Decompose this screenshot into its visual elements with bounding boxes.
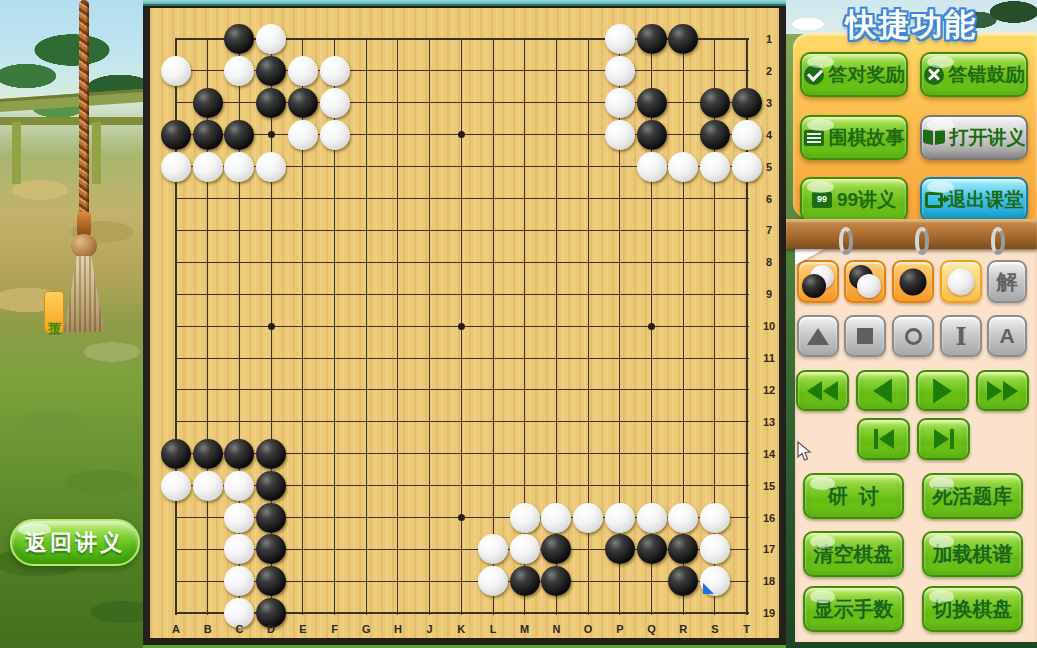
board-panel: ABCDEFGHJKLMNOPQRST123456789101112131415… [143, 0, 786, 648]
row-label: 3 [758, 96, 780, 110]
column-label: R [674, 622, 692, 636]
tassel-knob [71, 234, 97, 258]
mouse-cursor [797, 441, 813, 463]
stone-S16 [700, 503, 730, 533]
row-label: 12 [758, 383, 780, 397]
column-label: J [421, 622, 439, 636]
column-label: O [579, 622, 597, 636]
grid-line [366, 38, 367, 615]
tassel-cap [77, 212, 91, 236]
square-marker-button[interactable] [844, 315, 886, 357]
stone-R1 [668, 24, 698, 54]
binder-ring [915, 227, 929, 255]
stone-N18 [541, 566, 571, 596]
stone-Q17 [637, 534, 667, 564]
x-circle-icon [924, 65, 944, 85]
stone-P4 [605, 120, 635, 150]
column-label: L [484, 622, 502, 636]
black-stone-button[interactable] [892, 260, 934, 303]
row-label: 14 [758, 447, 780, 461]
clear-board-button[interactable]: 清空棋盘 [803, 531, 904, 577]
letter-marker-button[interactable]: A [987, 315, 1027, 357]
column-label: G [357, 622, 375, 636]
stone-F2 [320, 56, 350, 86]
button-label: 打开讲义 [950, 125, 1026, 151]
stone-F4 [320, 120, 350, 150]
stone-D5 [256, 152, 286, 182]
stone-Q4 [637, 120, 667, 150]
row-label: 5 [758, 160, 780, 174]
stone-B4 [193, 120, 223, 150]
white-stone-button[interactable] [940, 260, 982, 303]
row-label: 10 [758, 319, 780, 333]
grid-line [175, 262, 749, 263]
row-label: 11 [758, 351, 780, 365]
row-label: 16 [758, 511, 780, 525]
star-point [458, 514, 465, 521]
row-label: 4 [758, 128, 780, 142]
stone-F3 [320, 88, 350, 118]
exit-classroom-button[interactable]: 退出课堂 [920, 177, 1028, 222]
book-99-icon: 99 [812, 192, 832, 208]
folded-corner [795, 249, 825, 265]
grid-line [397, 38, 398, 615]
stone-D17 [256, 534, 286, 564]
row-label: 2 [758, 64, 780, 78]
black-stone-icon [802, 274, 826, 298]
stone-N17 [541, 534, 571, 564]
row-label: 6 [758, 192, 780, 206]
stone-L17 [478, 534, 508, 564]
column-label: D [262, 622, 280, 636]
star-point [268, 131, 275, 138]
load-game-record-button[interactable]: 加载棋谱 [922, 531, 1023, 577]
binder-ring [839, 227, 853, 255]
black-stone-icon [900, 268, 927, 295]
row-label: 13 [758, 415, 780, 429]
stone-B3 [193, 88, 223, 118]
stone-R17 [668, 534, 698, 564]
column-label: E [294, 622, 312, 636]
row-label: 7 [758, 223, 780, 237]
stone-C15 [224, 471, 254, 501]
double-right-triangle-icon [987, 381, 1002, 401]
left-sidebar: 下拉 返回讲义 [0, 0, 143, 648]
circle-icon [905, 328, 922, 345]
white-stone-icon [857, 274, 881, 298]
stone-R16 [668, 503, 698, 533]
square-icon [857, 328, 873, 344]
column-label: K [452, 622, 470, 636]
stone-S4 [700, 120, 730, 150]
stone-S17 [700, 534, 730, 564]
numeral-icon: I [955, 322, 966, 351]
grid-line [175, 358, 749, 359]
quick-functions-title: 快捷功能 [786, 4, 1037, 46]
column-label: F [326, 622, 344, 636]
row-label: 8 [758, 255, 780, 269]
stone-C18 [224, 566, 254, 596]
stone-R5 [668, 152, 698, 182]
goban-grid[interactable] [176, 39, 747, 614]
stone-L18 [478, 566, 508, 596]
bamboo-pavilion-post [92, 122, 101, 184]
stone-C4 [224, 120, 254, 150]
button-label: 99讲义 [837, 187, 896, 213]
stone-D14 [256, 439, 286, 469]
alternate-white-black-button[interactable] [844, 260, 886, 303]
stone-D15 [256, 471, 286, 501]
grid-line [175, 198, 749, 199]
stone-D1 [256, 24, 286, 54]
stone-M17 [510, 534, 540, 564]
stone-S18 [700, 566, 730, 596]
stone-C16 [224, 503, 254, 533]
button-label: 答错鼓励 [949, 62, 1025, 88]
column-label: M [516, 622, 534, 636]
answer-button[interactable]: 解 [987, 260, 1027, 303]
check-circle-icon [804, 65, 824, 85]
stone-B15 [193, 471, 223, 501]
stone-A5 [161, 152, 191, 182]
board-top-strip [143, 0, 786, 6]
stone-C2 [224, 56, 254, 86]
correct-reward-button[interactable]: 答对奖励 [800, 52, 908, 97]
stone-A14 [161, 439, 191, 469]
stone-A4 [161, 120, 191, 150]
numeral-marker-button[interactable]: I [940, 315, 982, 357]
fast-backward-button[interactable] [796, 370, 849, 411]
grid-line [175, 230, 749, 231]
stone-B14 [193, 439, 223, 469]
stone-M16 [510, 503, 540, 533]
star-point [458, 131, 465, 138]
button-label: 退出课堂 [948, 187, 1024, 213]
row-label: 1 [758, 32, 780, 46]
bamboo-pavilion-post [12, 122, 21, 184]
first-move-button[interactable] [857, 418, 910, 460]
white-stone-icon [948, 268, 975, 295]
star-point [648, 323, 655, 330]
tool-panel [795, 249, 1037, 642]
stone-D3 [256, 88, 286, 118]
pull-down-tab[interactable]: 下拉 [44, 291, 64, 333]
left-triangle-icon [873, 378, 892, 403]
button-label: 围棋故事 [829, 125, 905, 151]
column-label: S [706, 622, 724, 636]
stone-R18 [668, 566, 698, 596]
column-label: N [547, 622, 565, 636]
right-triangle-icon [933, 378, 952, 403]
row-label: 18 [758, 574, 780, 588]
row-label: 19 [758, 606, 780, 620]
column-label: T [738, 622, 756, 636]
step-backward-button[interactable] [856, 370, 909, 411]
last-move-marker [703, 583, 714, 594]
back-to-lecture-button[interactable]: 返回讲义 [10, 519, 140, 566]
stone-A15 [161, 471, 191, 501]
go-story-button[interactable]: 围棋故事 [800, 115, 908, 160]
stone-A2 [161, 56, 191, 86]
step-forward-button[interactable] [916, 370, 969, 411]
stone-B5 [193, 152, 223, 182]
life-death-problems-button[interactable]: 死活题库 [922, 473, 1023, 519]
stone-O16 [573, 503, 603, 533]
stone-P17 [605, 534, 635, 564]
stone-D18 [256, 566, 286, 596]
lecture-99-button[interactable]: 99 99讲义 [800, 177, 908, 222]
discussion-button[interactable]: 研 讨 [803, 473, 904, 519]
open-book-icon [923, 130, 945, 145]
star-point [268, 323, 275, 330]
column-label: C [230, 622, 248, 636]
column-label: B [199, 622, 217, 636]
stone-E3 [288, 88, 318, 118]
switch-board-button[interactable]: 切换棋盘 [922, 586, 1023, 632]
stone-S5 [700, 152, 730, 182]
row-label: 9 [758, 287, 780, 301]
column-label: Q [643, 622, 661, 636]
stone-C5 [224, 152, 254, 182]
stone-P2 [605, 56, 635, 86]
binder-ring [991, 227, 1005, 255]
stone-Q1 [637, 24, 667, 54]
stone-Q16 [637, 503, 667, 533]
stone-C1 [224, 24, 254, 54]
open-lecture-button[interactable]: 打开讲义 [920, 115, 1028, 160]
stone-E4 [288, 120, 318, 150]
fast-forward-button[interactable] [976, 370, 1029, 411]
show-move-numbers-button[interactable]: 显示手数 [803, 586, 904, 632]
stone-S3 [700, 88, 730, 118]
stone-M18 [510, 566, 540, 596]
letter-icon: A [999, 324, 1014, 348]
stone-C14 [224, 439, 254, 469]
row-label: 15 [758, 479, 780, 493]
column-label: A [167, 622, 185, 636]
stone-Q3 [637, 88, 667, 118]
stone-P16 [605, 503, 635, 533]
grid-line [175, 294, 749, 295]
star-point [458, 323, 465, 330]
alternate-black-white-button[interactable] [797, 260, 839, 303]
column-label: P [611, 622, 629, 636]
right-panel: 快捷功能 答对奖励 答错鼓励 围棋故事 打开讲义 99 99讲义 退出课堂 [786, 0, 1037, 648]
first-move-icon [874, 429, 878, 449]
stone-D16 [256, 503, 286, 533]
stone-N16 [541, 503, 571, 533]
triangle-marker-button[interactable] [797, 315, 839, 357]
stone-P3 [605, 88, 635, 118]
column-label: H [389, 622, 407, 636]
book-icon [804, 130, 824, 146]
double-left-triangle-icon [807, 381, 822, 401]
stone-Q5 [637, 152, 667, 182]
last-move-icon [934, 429, 949, 449]
stone-E2 [288, 56, 318, 86]
grid-line [175, 421, 749, 422]
exit-icon [925, 192, 943, 208]
button-label: 答对奖励 [829, 62, 905, 88]
answer-label: 解 [997, 268, 1018, 296]
stone-P1 [605, 24, 635, 54]
bamboo-pavilion-beam [0, 117, 143, 125]
app-window: 下拉 返回讲义 ABCDEFGHJKLMNOPQRST1234567891011… [0, 0, 1037, 648]
last-move-button[interactable] [917, 418, 970, 460]
stone-C17 [224, 534, 254, 564]
wrong-encourage-button[interactable]: 答错鼓励 [920, 52, 1028, 97]
grid-line [175, 389, 749, 390]
row-label: 17 [758, 542, 780, 556]
grid-line [429, 38, 430, 615]
circle-marker-button[interactable] [892, 315, 934, 357]
triangle-icon [807, 328, 829, 345]
stone-D2 [256, 56, 286, 86]
grid-line [493, 38, 494, 615]
hanging-rope [79, 0, 89, 216]
